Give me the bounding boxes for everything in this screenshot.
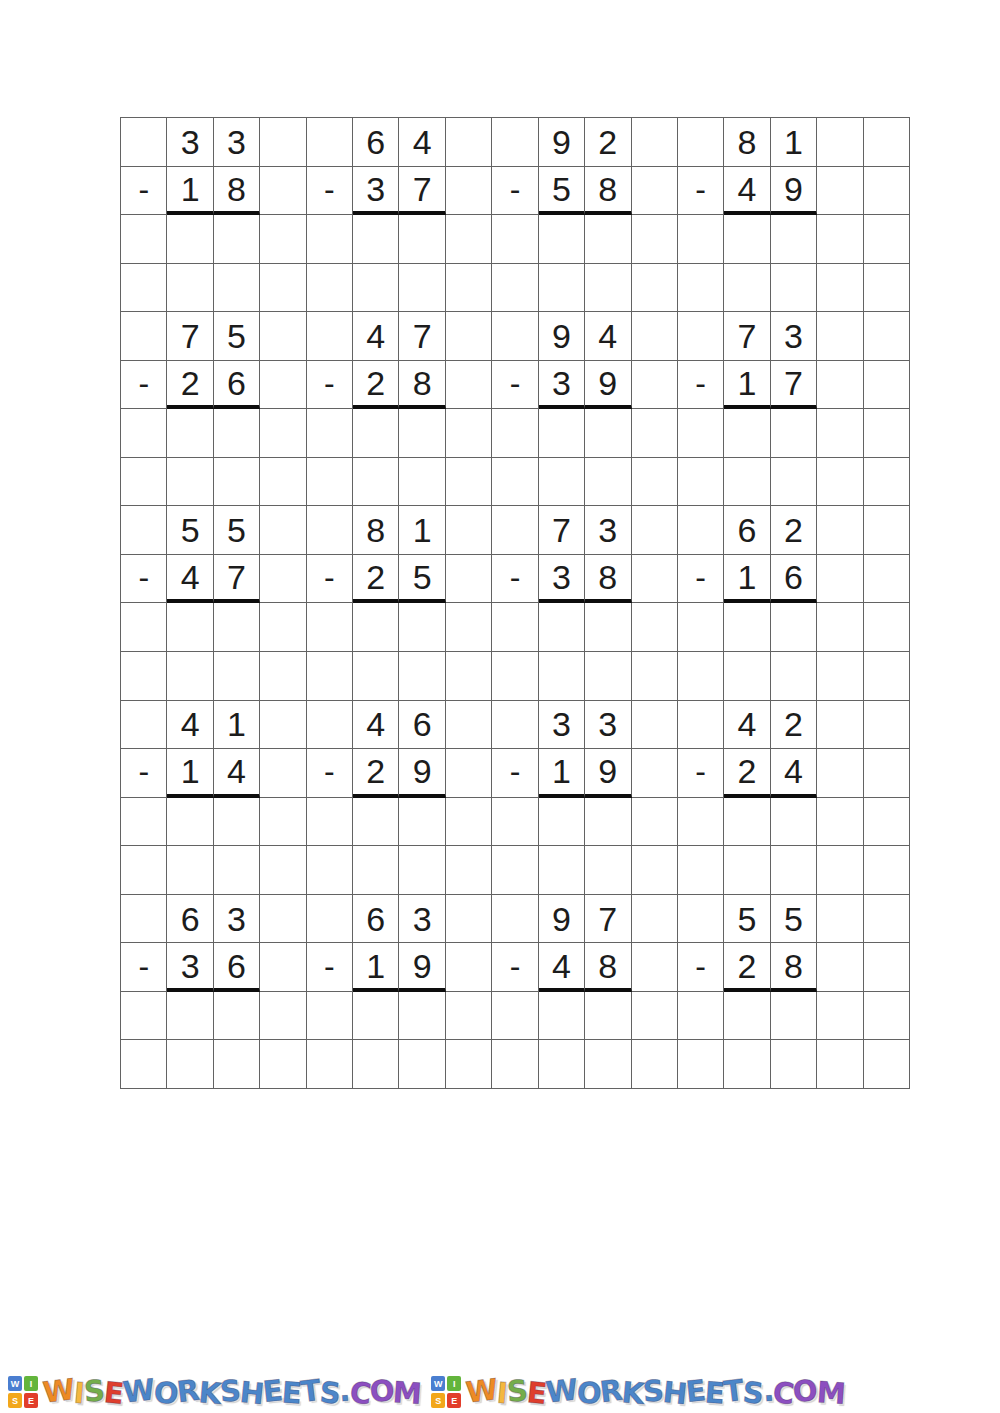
minuend-digit: 2 (771, 506, 817, 555)
grid-cell (260, 895, 306, 944)
grid-cell (864, 312, 910, 361)
grid-cell (817, 312, 863, 361)
grid-cell (632, 264, 678, 313)
subtrahend-digit: 7 (399, 167, 445, 216)
answer-cell (585, 215, 631, 264)
subtrahend-digit: 1 (167, 167, 213, 216)
grid-cell (817, 555, 863, 604)
grid-cell (167, 652, 213, 701)
grid-cell (307, 458, 353, 507)
subtrahend-digit: 6 (214, 943, 260, 992)
subtrahend-digit: 2 (353, 555, 399, 604)
grid-cell (678, 409, 724, 458)
watermark-letter: W (41, 1372, 76, 1410)
grid-cell (678, 458, 724, 507)
answer-cell (539, 603, 585, 652)
grid-cell (864, 992, 910, 1041)
minus-sign: - (492, 749, 538, 798)
grid-cell (121, 603, 167, 652)
grid-cell (678, 215, 724, 264)
grid-cell (353, 264, 399, 313)
grid-cell (446, 118, 492, 167)
answer-cell (771, 603, 817, 652)
answer-cell (214, 215, 260, 264)
subtrahend-digit: 3 (539, 555, 585, 604)
minuend-digit: 1 (214, 701, 260, 750)
watermark: WISEWISEWORKSHEETS.COM (431, 1375, 844, 1409)
grid-cell (632, 312, 678, 361)
grid-cell (724, 264, 770, 313)
grid-cell (353, 458, 399, 507)
grid-cell (214, 1040, 260, 1089)
logo-square: I (447, 1376, 461, 1391)
watermark: WISEWISEWORKSHEETS.COM (8, 1375, 421, 1409)
grid-cell (817, 652, 863, 701)
minus-sign: - (307, 555, 353, 604)
minuend-digit: 8 (724, 118, 770, 167)
minuend-digit: 7 (585, 895, 631, 944)
subtrahend-digit: 7 (214, 555, 260, 604)
grid-cell (864, 701, 910, 750)
logo-square: E (447, 1393, 461, 1408)
minus-sign: - (307, 167, 353, 216)
grid-cell (307, 312, 353, 361)
minus-sign: - (678, 167, 724, 216)
answer-cell (167, 603, 213, 652)
grid-cell (817, 846, 863, 895)
grid-cell (121, 409, 167, 458)
minuend-digit: 6 (353, 118, 399, 167)
watermark-letter: R (175, 1373, 200, 1409)
subtrahend-digit: 9 (771, 167, 817, 216)
watermark-letter: O (791, 1373, 818, 1409)
logo-square: I (24, 1376, 38, 1391)
answer-cell (771, 798, 817, 847)
grid-cell (260, 1040, 306, 1089)
grid-cell (632, 846, 678, 895)
grid-cell (678, 846, 724, 895)
grid-cell (307, 701, 353, 750)
minuend-digit: 7 (724, 312, 770, 361)
grid-cell (492, 1040, 538, 1089)
answer-cell (724, 603, 770, 652)
grid-cell (817, 264, 863, 313)
answer-cell (724, 992, 770, 1041)
grid-cell (632, 943, 678, 992)
grid-cell (167, 846, 213, 895)
answer-cell (539, 992, 585, 1041)
grid-cell (307, 652, 353, 701)
grid-cell (771, 652, 817, 701)
grid-cell (492, 409, 538, 458)
grid-cell (632, 167, 678, 216)
grid-cell (446, 361, 492, 410)
grid-cell (864, 798, 910, 847)
watermark-row: WISEWISEWORKSHEETS.COMWISEWISEWORKSHEETS… (8, 1371, 1000, 1413)
grid-cell (492, 118, 538, 167)
minuend-digit: 6 (399, 701, 445, 750)
subtrahend-digit: 4 (724, 167, 770, 216)
answer-cell (399, 603, 445, 652)
minuend-digit: 5 (214, 312, 260, 361)
grid-cell (539, 458, 585, 507)
grid-cell (121, 264, 167, 313)
grid-cell (632, 555, 678, 604)
grid-cell (214, 458, 260, 507)
grid-cell (260, 701, 306, 750)
minuend-digit: 6 (724, 506, 770, 555)
answer-cell (585, 992, 631, 1041)
subtrahend-digit: 2 (167, 361, 213, 410)
minuend-digit: 5 (771, 895, 817, 944)
grid-cell (771, 1040, 817, 1089)
grid-cell (307, 846, 353, 895)
subtrahend-digit: 3 (353, 167, 399, 216)
watermark-letter: M (392, 1375, 422, 1411)
grid-cell (632, 118, 678, 167)
answer-cell (353, 215, 399, 264)
minuend-digit: 3 (585, 701, 631, 750)
minuend-digit: 5 (214, 506, 260, 555)
answer-cell (771, 409, 817, 458)
minuend-digit: 4 (353, 701, 399, 750)
grid-cell (307, 798, 353, 847)
grid-cell (632, 1040, 678, 1089)
grid-cell (353, 846, 399, 895)
grid-cell (260, 118, 306, 167)
wiseworksheets-logo-icon: WISE (431, 1376, 461, 1408)
grid-cell (492, 992, 538, 1041)
grid-cell (446, 749, 492, 798)
answer-cell (585, 798, 631, 847)
subtrahend-digit: 5 (399, 555, 445, 604)
grid-cell (817, 701, 863, 750)
grid-cell (585, 652, 631, 701)
grid-cell (678, 264, 724, 313)
subtrahend-digit: 3 (539, 361, 585, 410)
grid-cell (167, 1040, 213, 1089)
minuend-digit: 3 (539, 701, 585, 750)
subtrahend-digit: 9 (585, 361, 631, 410)
grid-cell (492, 458, 538, 507)
grid-cell (864, 409, 910, 458)
watermark-letter: W (544, 1372, 578, 1409)
grid-cell (307, 895, 353, 944)
grid-cell (585, 1040, 631, 1089)
grid-cell (121, 118, 167, 167)
minuend-digit: 3 (214, 118, 260, 167)
grid-cell (260, 652, 306, 701)
minus-sign: - (492, 943, 538, 992)
answer-cell (214, 798, 260, 847)
minuend-digit: 6 (353, 895, 399, 944)
grid-cell (678, 798, 724, 847)
grid-cell (817, 992, 863, 1041)
grid-cell (492, 312, 538, 361)
grid-cell (446, 264, 492, 313)
grid-cell (260, 167, 306, 216)
grid-cell (817, 506, 863, 555)
minus-sign: - (121, 749, 167, 798)
grid-cell (399, 264, 445, 313)
grid-cell (678, 992, 724, 1041)
subtrahend-digit: 2 (353, 749, 399, 798)
grid-cell (864, 555, 910, 604)
subtrahend-digit: 2 (724, 749, 770, 798)
answer-cell (167, 409, 213, 458)
grid-cell (307, 1040, 353, 1089)
grid-cell (678, 652, 724, 701)
subtrahend-digit: 1 (353, 943, 399, 992)
grid-cell (399, 458, 445, 507)
grid-cell (260, 361, 306, 410)
watermark-letter: M (816, 1375, 846, 1411)
grid-cell (817, 749, 863, 798)
grid-cell (678, 895, 724, 944)
subtrahend-digit: 1 (724, 361, 770, 410)
grid-cell (353, 652, 399, 701)
answer-cell (214, 603, 260, 652)
grid-cell (864, 118, 910, 167)
grid-cell (260, 264, 306, 313)
minus-sign: - (307, 361, 353, 410)
grid-cell (632, 798, 678, 847)
answer-cell (353, 798, 399, 847)
grid-cell (260, 943, 306, 992)
grid-cell (446, 603, 492, 652)
grid-cell (724, 652, 770, 701)
grid-cell (121, 506, 167, 555)
grid-cell (307, 409, 353, 458)
logo-square: W (8, 1376, 22, 1391)
grid-cell (260, 312, 306, 361)
answer-cell (771, 992, 817, 1041)
grid-cell (492, 652, 538, 701)
minus-sign: - (121, 555, 167, 604)
grid-cell (632, 895, 678, 944)
logo-square: E (24, 1393, 38, 1408)
watermark-letter: O (152, 1375, 178, 1411)
grid-cell (214, 846, 260, 895)
wiseworksheets-logo-icon: WISE (8, 1376, 38, 1408)
grid-cell (446, 846, 492, 895)
watermark-text: WISEWORKSHEETS.COM (466, 1375, 844, 1409)
subtrahend-digit: 1 (724, 555, 770, 604)
grid-cell (678, 1040, 724, 1089)
subtrahend-digit: 5 (539, 167, 585, 216)
grid-cell (307, 118, 353, 167)
minuend-digit: 6 (167, 895, 213, 944)
grid-cell (121, 895, 167, 944)
grid-cell (121, 798, 167, 847)
answer-cell (724, 409, 770, 458)
grid-cell (817, 118, 863, 167)
grid-cell (864, 1040, 910, 1089)
subtrahend-digit: 8 (399, 361, 445, 410)
grid-cell (864, 652, 910, 701)
grid-cell (632, 652, 678, 701)
answer-cell (399, 992, 445, 1041)
grid-cell (446, 312, 492, 361)
answer-cell (539, 215, 585, 264)
grid-cell (632, 992, 678, 1041)
minuend-digit: 5 (724, 895, 770, 944)
logo-square: W (431, 1376, 445, 1391)
minuend-digit: 9 (539, 312, 585, 361)
minuend-digit: 7 (399, 312, 445, 361)
grid-cell (632, 701, 678, 750)
grid-cell (678, 506, 724, 555)
grid-cell (724, 458, 770, 507)
grid-cell (632, 749, 678, 798)
logo-square: S (8, 1393, 22, 1408)
grid-cell (446, 409, 492, 458)
grid-cell (399, 846, 445, 895)
minus-sign: - (492, 361, 538, 410)
grid-cell (864, 506, 910, 555)
answer-cell (167, 798, 213, 847)
grid-cell (446, 506, 492, 555)
grid-cell (446, 652, 492, 701)
grid-cell (121, 652, 167, 701)
grid-cell (864, 603, 910, 652)
minus-sign: - (678, 361, 724, 410)
subtrahend-digit: 6 (214, 361, 260, 410)
grid-cell (446, 895, 492, 944)
grid-cell (864, 943, 910, 992)
subtrahend-digit: 4 (214, 749, 260, 798)
grid-cell (492, 895, 538, 944)
minuend-digit: 7 (167, 312, 213, 361)
grid-cell (492, 603, 538, 652)
grid-cell (585, 264, 631, 313)
grid-cell (260, 215, 306, 264)
grid-cell (864, 846, 910, 895)
subtrahend-digit: 8 (214, 167, 260, 216)
minus-sign: - (307, 943, 353, 992)
grid-cell (214, 264, 260, 313)
grid-cell (864, 361, 910, 410)
minuend-digit: 1 (399, 506, 445, 555)
minuend-digit: 4 (724, 701, 770, 750)
grid-cell (121, 215, 167, 264)
grid-cell (260, 506, 306, 555)
minuend-digit: 4 (399, 118, 445, 167)
grid-cell (446, 215, 492, 264)
grid-cell (399, 1040, 445, 1089)
grid-cell (492, 701, 538, 750)
minuend-digit: 4 (585, 312, 631, 361)
subtrahend-digit: 6 (771, 555, 817, 604)
subtrahend-digit: 9 (585, 749, 631, 798)
grid-cell (724, 1040, 770, 1089)
minuend-digit: 3 (167, 118, 213, 167)
worksheet-page: 33649281-18-37-58-4975479473-26-28-39-17… (0, 0, 1000, 1413)
watermark-letter: W (121, 1372, 155, 1409)
subtrahend-digit: 9 (399, 749, 445, 798)
minus-sign: - (492, 167, 538, 216)
minuend-digit: 3 (585, 506, 631, 555)
answer-cell (399, 215, 445, 264)
minuend-digit: 3 (214, 895, 260, 944)
grid-cell (864, 264, 910, 313)
answer-cell (585, 603, 631, 652)
minus-sign: - (678, 555, 724, 604)
grid-cell (817, 361, 863, 410)
grid-cell (492, 798, 538, 847)
grid-cell (260, 603, 306, 652)
subtrahend-digit: 9 (399, 943, 445, 992)
grid-cell (817, 458, 863, 507)
subtrahend-digit: 3 (167, 943, 213, 992)
answer-cell (724, 798, 770, 847)
grid-cell (121, 992, 167, 1041)
grid-cell (307, 215, 353, 264)
grid-cell (632, 506, 678, 555)
minuend-digit: 3 (399, 895, 445, 944)
subtrahend-digit: 1 (539, 749, 585, 798)
grid-cell (771, 458, 817, 507)
grid-cell (817, 895, 863, 944)
watermark-letter: O (368, 1373, 395, 1409)
grid-cell (492, 264, 538, 313)
grid-cell (817, 167, 863, 216)
grid-cell (724, 846, 770, 895)
grid-cell (121, 846, 167, 895)
grid-cell (446, 943, 492, 992)
minus-sign: - (678, 749, 724, 798)
grid-cell (678, 312, 724, 361)
grid-cell (446, 798, 492, 847)
grid-cell (817, 1040, 863, 1089)
grid-cell (214, 652, 260, 701)
grid-cell (771, 846, 817, 895)
subtrahend-digit: 8 (585, 167, 631, 216)
subtrahend-digit: 8 (771, 943, 817, 992)
grid-cell (307, 992, 353, 1041)
grid-cell (446, 992, 492, 1041)
grid-cell (121, 701, 167, 750)
grid-cell (864, 895, 910, 944)
grid-cell (260, 846, 306, 895)
grid-cell (539, 1040, 585, 1089)
grid-cell (632, 361, 678, 410)
minuend-digit: 7 (539, 506, 585, 555)
grid-cell (353, 1040, 399, 1089)
answer-cell (539, 409, 585, 458)
grid-cell (446, 555, 492, 604)
grid-cell (492, 215, 538, 264)
grid-cell (121, 458, 167, 507)
minuend-digit: 3 (771, 312, 817, 361)
grid-cell (260, 409, 306, 458)
grid-cell (817, 798, 863, 847)
answer-cell (771, 215, 817, 264)
watermark-letter: S (83, 1373, 105, 1408)
subtrahend-digit: 2 (724, 943, 770, 992)
grid-cell (260, 992, 306, 1041)
minuend-digit: 1 (771, 118, 817, 167)
minuend-digit: 4 (167, 701, 213, 750)
grid-cell (260, 458, 306, 507)
answer-cell (167, 215, 213, 264)
watermark-letter: S (219, 1373, 241, 1408)
watermark-letter: K (620, 1375, 644, 1411)
grid-cell (632, 409, 678, 458)
grid-cell (446, 167, 492, 216)
grid-cell (585, 458, 631, 507)
subtrahend-digit: 1 (167, 749, 213, 798)
